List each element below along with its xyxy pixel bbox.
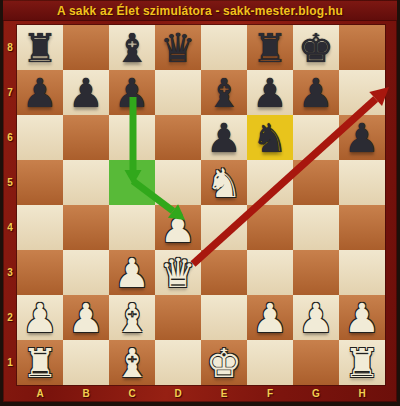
black-rook-f8[interactable]: ♜	[252, 26, 288, 70]
square-d3[interactable]: ♛	[155, 250, 201, 295]
square-h8[interactable]	[339, 25, 385, 70]
square-b1[interactable]	[63, 340, 109, 385]
black-pawn-h6[interactable]: ♟	[344, 116, 380, 160]
square-a5[interactable]	[17, 160, 63, 205]
rank-label-4: 4	[3, 205, 17, 250]
square-d6[interactable]	[155, 115, 201, 160]
square-f4[interactable]	[247, 205, 293, 250]
white-pawn-a2[interactable]: ♟	[22, 296, 58, 340]
rank-label-1: 1	[3, 340, 17, 385]
white-pawn-f2[interactable]: ♟	[252, 296, 288, 340]
white-pawn-g2[interactable]: ♟	[298, 296, 334, 340]
square-c7[interactable]: ♟	[109, 70, 155, 115]
chess-board[interactable]: ♜♝♛♜♚♟♟♟♝♟♟♟♞♟♞♟♟♛♟♟♝♟♟♟♜♝♚♜	[17, 25, 385, 385]
square-e5[interactable]: ♞	[201, 160, 247, 205]
rank-label-5: 5	[3, 160, 17, 205]
square-h6[interactable]: ♟	[339, 115, 385, 160]
white-rook-a1[interactable]: ♜	[22, 341, 58, 385]
black-pawn-a7[interactable]: ♟	[22, 71, 58, 115]
file-label-h: H	[339, 386, 385, 401]
black-queen-d8[interactable]: ♛	[160, 26, 196, 70]
square-h4[interactable]	[339, 205, 385, 250]
square-h7[interactable]	[339, 70, 385, 115]
file-label-c: C	[109, 386, 155, 401]
file-label-g: G	[293, 386, 339, 401]
square-g7[interactable]: ♟	[293, 70, 339, 115]
square-f1[interactable]	[247, 340, 293, 385]
square-h3[interactable]	[339, 250, 385, 295]
square-b2[interactable]: ♟	[63, 295, 109, 340]
square-d7[interactable]	[155, 70, 201, 115]
file-label-e: E	[201, 386, 247, 401]
square-e3[interactable]	[201, 250, 247, 295]
black-pawn-b7[interactable]: ♟	[68, 71, 104, 115]
square-b4[interactable]	[63, 205, 109, 250]
square-e6[interactable]: ♟	[201, 115, 247, 160]
square-f7[interactable]: ♟	[247, 70, 293, 115]
black-bishop-c8[interactable]: ♝	[114, 26, 150, 70]
square-b3[interactable]	[63, 250, 109, 295]
square-d1[interactable]	[155, 340, 201, 385]
square-c8[interactable]: ♝	[109, 25, 155, 70]
black-pawn-c7[interactable]: ♟	[114, 71, 150, 115]
square-g8[interactable]: ♚	[293, 25, 339, 70]
white-king-e1[interactable]: ♚	[206, 341, 242, 385]
white-pawn-b2[interactable]: ♟	[68, 296, 104, 340]
black-bishop-e7[interactable]: ♝	[206, 71, 242, 115]
square-c5[interactable]	[109, 160, 155, 205]
square-g1[interactable]	[293, 340, 339, 385]
rank-label-8: 8	[3, 25, 17, 70]
square-a2[interactable]: ♟	[17, 295, 63, 340]
square-g6[interactable]	[293, 115, 339, 160]
black-pawn-e6[interactable]: ♟	[206, 116, 242, 160]
square-d2[interactable]	[155, 295, 201, 340]
square-a7[interactable]: ♟	[17, 70, 63, 115]
white-knight-e5[interactable]: ♞	[206, 161, 242, 205]
rank-label-6: 6	[3, 115, 17, 160]
square-g4[interactable]	[293, 205, 339, 250]
square-g3[interactable]	[293, 250, 339, 295]
white-queen-d3[interactable]: ♛	[160, 251, 196, 295]
square-d5[interactable]	[155, 160, 201, 205]
square-e8[interactable]	[201, 25, 247, 70]
square-d4[interactable]: ♟	[155, 205, 201, 250]
black-rook-a8[interactable]: ♜	[22, 26, 58, 70]
square-c1[interactable]: ♝	[109, 340, 155, 385]
square-f8[interactable]: ♜	[247, 25, 293, 70]
square-h5[interactable]	[339, 160, 385, 205]
square-b7[interactable]: ♟	[63, 70, 109, 115]
file-label-f: F	[247, 386, 293, 401]
square-c6[interactable]	[109, 115, 155, 160]
square-b5[interactable]	[63, 160, 109, 205]
page-title: A sakk az Élet szimulátora - sakk-mester…	[57, 4, 343, 18]
square-c4[interactable]	[109, 205, 155, 250]
square-e7[interactable]: ♝	[201, 70, 247, 115]
white-bishop-c1[interactable]: ♝	[114, 341, 150, 385]
square-h1[interactable]: ♜	[339, 340, 385, 385]
square-e1[interactable]: ♚	[201, 340, 247, 385]
white-pawn-d4[interactable]: ♟	[160, 206, 196, 250]
square-f2[interactable]: ♟	[247, 295, 293, 340]
black-pawn-f7[interactable]: ♟	[252, 71, 288, 115]
file-label-d: D	[155, 386, 201, 401]
black-knight-f6[interactable]: ♞	[252, 116, 288, 160]
square-b8[interactable]	[63, 25, 109, 70]
square-e2[interactable]	[201, 295, 247, 340]
square-f6[interactable]: ♞	[247, 115, 293, 160]
black-pawn-g7[interactable]: ♟	[298, 71, 334, 115]
square-c2[interactable]: ♝	[109, 295, 155, 340]
square-g2[interactable]: ♟	[293, 295, 339, 340]
chess-app-window: A sakk az Élet szimulátora - sakk-mester…	[0, 0, 400, 406]
white-rook-h1[interactable]: ♜	[344, 341, 380, 385]
black-king-g8[interactable]: ♚	[298, 26, 334, 70]
square-a8[interactable]: ♜	[17, 25, 63, 70]
square-g5[interactable]	[293, 160, 339, 205]
white-pawn-c3[interactable]: ♟	[114, 251, 150, 295]
square-c3[interactable]: ♟	[109, 250, 155, 295]
rank-label-7: 7	[3, 70, 17, 115]
square-d8[interactable]: ♛	[155, 25, 201, 70]
square-f5[interactable]	[247, 160, 293, 205]
rank-label-2: 2	[3, 295, 17, 340]
square-a4[interactable]	[17, 205, 63, 250]
square-a6[interactable]	[17, 115, 63, 160]
file-label-a: A	[17, 386, 63, 401]
square-a3[interactable]	[17, 250, 63, 295]
title-bar: A sakk az Élet szimulátora - sakk-mester…	[3, 1, 397, 21]
white-bishop-c2[interactable]: ♝	[114, 296, 150, 340]
square-e4[interactable]	[201, 205, 247, 250]
square-f3[interactable]	[247, 250, 293, 295]
white-pawn-h2[interactable]: ♟	[344, 296, 380, 340]
square-b6[interactable]	[63, 115, 109, 160]
square-h2[interactable]: ♟	[339, 295, 385, 340]
square-a1[interactable]: ♜	[17, 340, 63, 385]
rank-label-3: 3	[3, 250, 17, 295]
file-label-b: B	[63, 386, 109, 401]
